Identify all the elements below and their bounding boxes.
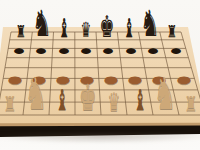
piece-b8-knight-dark[interactable]: ♞: [33, 6, 52, 42]
piece-a6-pawn-dark[interactable]: ●: [13, 47, 24, 54]
piece-d1-king-light[interactable]: ♚: [79, 80, 97, 116]
piece-h6-pawn-dark[interactable]: ●: [170, 47, 181, 54]
board-photo-scene: ♜♞♝♛♚♝♞♜●●●●●●●●●●●●●●●●♜♞♝♚♛♝♞♜: [0, 0, 200, 150]
piece-a8-rook-dark[interactable]: ♜: [16, 24, 26, 40]
piece-g1-knight-light[interactable]: ♞: [154, 72, 177, 116]
piece-g6-pawn-dark[interactable]: ●: [148, 47, 159, 54]
piece-e6-pawn-dark[interactable]: ●: [103, 47, 114, 54]
piece-a1-rook-light[interactable]: ♜: [4, 94, 18, 115]
piece-a3-pawn-light[interactable]: ●: [7, 76, 22, 86]
piece-c1-bishop-light[interactable]: ♝: [55, 87, 69, 116]
piece-b1-knight-light[interactable]: ♞: [25, 72, 48, 116]
piece-h1-rook-light[interactable]: ♜: [184, 94, 198, 115]
piece-e3-pawn-light[interactable]: ●: [104, 76, 119, 86]
pieces-layer: ♜♞♝♛♚♝♞♜●●●●●●●●●●●●●●●●♜♞♝♚♛♝♞♜: [0, 0, 200, 150]
piece-g8-knight-dark[interactable]: ♞: [141, 6, 160, 42]
piece-c8-bishop-dark[interactable]: ♝: [58, 15, 70, 41]
piece-e8-king-dark[interactable]: ♚: [100, 12, 115, 42]
piece-f8-bishop-dark[interactable]: ♝: [123, 15, 135, 41]
piece-b6-pawn-dark[interactable]: ●: [36, 47, 47, 54]
piece-f6-pawn-dark[interactable]: ●: [125, 47, 136, 54]
piece-f1-bishop-light[interactable]: ♝: [133, 87, 147, 116]
piece-c6-pawn-dark[interactable]: ●: [58, 47, 69, 54]
piece-h3-pawn-light[interactable]: ●: [176, 76, 191, 86]
piece-e1-queen-light[interactable]: ♛: [107, 89, 120, 115]
piece-h8-rook-dark[interactable]: ♜: [167, 24, 177, 40]
piece-d6-pawn-dark[interactable]: ●: [80, 47, 91, 54]
piece-d8-queen-dark[interactable]: ♛: [80, 20, 90, 41]
